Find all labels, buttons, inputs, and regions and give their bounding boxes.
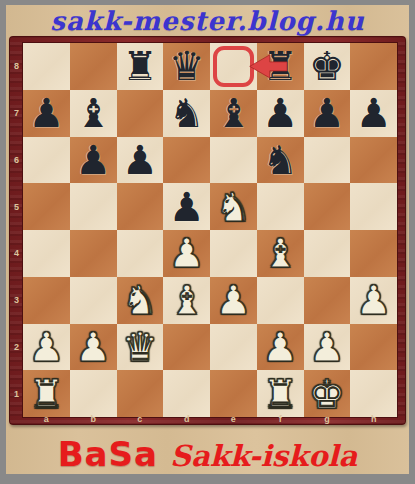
square-e5[interactable]: ♞ (210, 183, 257, 230)
square-c8[interactable]: ♜ (117, 43, 164, 90)
white-pawn: ♟ (70, 324, 117, 371)
square-c5[interactable] (117, 183, 164, 230)
square-g5[interactable] (304, 183, 351, 230)
square-c2[interactable]: ♛ (117, 324, 164, 371)
white-bishop: ♝ (163, 277, 210, 324)
square-b2[interactable]: ♟ (70, 324, 117, 371)
square-a8[interactable] (23, 43, 70, 90)
square-d6[interactable] (163, 137, 210, 184)
white-bishop: ♝ (257, 230, 304, 277)
rank-label-7: 7 (12, 108, 21, 118)
square-d4[interactable]: ♟ (163, 230, 210, 277)
square-e4[interactable] (210, 230, 257, 277)
black-bishop: ♝ (210, 90, 257, 137)
white-pawn: ♟ (350, 277, 397, 324)
rank-label-2: 2 (12, 342, 21, 352)
square-c6[interactable]: ♟ (117, 137, 164, 184)
black-pawn: ♟ (70, 137, 117, 184)
black-knight: ♞ (257, 137, 304, 184)
square-f6[interactable]: ♞ (257, 137, 304, 184)
square-h4[interactable] (350, 230, 397, 277)
square-f5[interactable] (257, 183, 304, 230)
square-c1[interactable] (117, 370, 164, 417)
rank-label-1: 1 (12, 389, 21, 399)
square-h7[interactable]: ♟ (350, 90, 397, 137)
black-bishop: ♝ (70, 90, 117, 137)
square-f4[interactable]: ♝ (257, 230, 304, 277)
white-pawn: ♟ (257, 324, 304, 371)
square-d2[interactable] (163, 324, 210, 371)
square-g6[interactable] (304, 137, 351, 184)
square-g1[interactable]: ♚ (304, 370, 351, 417)
square-a7[interactable]: ♟ (23, 90, 70, 137)
square-e2[interactable] (210, 324, 257, 371)
white-knight: ♞ (117, 277, 164, 324)
square-e6[interactable] (210, 137, 257, 184)
file-label-c: c (117, 414, 164, 424)
square-b8[interactable] (70, 43, 117, 90)
square-d3[interactable]: ♝ (163, 277, 210, 324)
square-h1[interactable] (350, 370, 397, 417)
square-e1[interactable] (210, 370, 257, 417)
square-b5[interactable] (70, 183, 117, 230)
rank-label-3: 3 (12, 295, 21, 305)
square-d5[interactable]: ♟ (163, 183, 210, 230)
black-pawn: ♟ (257, 90, 304, 137)
black-rook: ♜ (257, 43, 304, 90)
square-a1[interactable]: ♜ (23, 370, 70, 417)
square-b4[interactable] (70, 230, 117, 277)
square-e3[interactable]: ♟ (210, 277, 257, 324)
file-label-e: e (210, 414, 257, 424)
square-h6[interactable] (350, 137, 397, 184)
white-rook: ♜ (257, 370, 304, 417)
square-b1[interactable] (70, 370, 117, 417)
square-g3[interactable] (304, 277, 351, 324)
square-c3[interactable]: ♞ (117, 277, 164, 324)
square-f1[interactable]: ♜ (257, 370, 304, 417)
square-g8[interactable]: ♚ (304, 43, 351, 90)
square-b3[interactable] (70, 277, 117, 324)
chess-board: ♜♛♜♚♟♝♞♝♟♟♟♟♟♞♟♞♟♝♞♝♟♟♟♟♛♟♟♜♜♚ (23, 43, 397, 417)
black-pawn: ♟ (23, 90, 70, 137)
rank-label-5: 5 (12, 202, 21, 212)
square-f2[interactable]: ♟ (257, 324, 304, 371)
square-a6[interactable] (23, 137, 70, 184)
white-knight: ♞ (210, 183, 257, 230)
square-f3[interactable] (257, 277, 304, 324)
square-h3[interactable]: ♟ (350, 277, 397, 324)
square-d8[interactable]: ♛ (163, 43, 210, 90)
square-f8[interactable]: ♜ (257, 43, 304, 90)
caption-brand: BaSa (58, 434, 158, 474)
chess-board-frame: ♜♛♜♚♟♝♞♝♟♟♟♟♟♞♟♞♟♝♞♝♟♟♟♟♛♟♟♜♜♚ 87654321 … (9, 36, 406, 425)
square-h2[interactable] (350, 324, 397, 371)
square-d1[interactable] (163, 370, 210, 417)
blog-title: sakk-mester.blog.hu (50, 6, 364, 36)
square-a4[interactable] (23, 230, 70, 277)
black-king: ♚ (304, 43, 351, 90)
black-pawn: ♟ (350, 90, 397, 137)
black-pawn: ♟ (304, 90, 351, 137)
rank-label-6: 6 (12, 155, 21, 165)
square-a5[interactable] (23, 183, 70, 230)
white-pawn: ♟ (210, 277, 257, 324)
white-pawn: ♟ (163, 230, 210, 277)
square-g7[interactable]: ♟ (304, 90, 351, 137)
square-c4[interactable] (117, 230, 164, 277)
square-g2[interactable]: ♟ (304, 324, 351, 371)
file-label-b: b (70, 414, 117, 424)
caption-school: Sakk-iskola (170, 439, 357, 473)
file-label-f: f (257, 414, 304, 424)
black-pawn: ♟ (117, 137, 164, 184)
square-h8[interactable] (350, 43, 397, 90)
wood-background: sakk-mester.blog.hu ♜♛♜♚♟♝♞♝♟♟♟♟♟♞♟♞♟♝♞♝… (6, 5, 409, 474)
square-a2[interactable]: ♟ (23, 324, 70, 371)
black-pawn: ♟ (163, 183, 210, 230)
white-rook: ♜ (23, 370, 70, 417)
square-e8[interactable] (210, 43, 257, 90)
square-a3[interactable] (23, 277, 70, 324)
square-d7[interactable]: ♞ (163, 90, 210, 137)
file-label-g: g (304, 414, 351, 424)
square-f7[interactable]: ♟ (257, 90, 304, 137)
square-h5[interactable] (350, 183, 397, 230)
black-queen: ♛ (163, 43, 210, 90)
file-label-d: d (163, 414, 210, 424)
file-label-h: h (350, 414, 397, 424)
black-rook: ♜ (117, 43, 164, 90)
rank-label-4: 4 (12, 248, 21, 258)
square-g4[interactable] (304, 230, 351, 277)
white-queen: ♛ (117, 324, 164, 371)
square-b6[interactable]: ♟ (70, 137, 117, 184)
white-king: ♚ (304, 370, 351, 417)
square-c7[interactable] (117, 90, 164, 137)
white-pawn: ♟ (304, 324, 351, 371)
square-e7[interactable]: ♝ (210, 90, 257, 137)
black-knight: ♞ (163, 90, 210, 137)
square-b7[interactable]: ♝ (70, 90, 117, 137)
white-pawn: ♟ (23, 324, 70, 371)
file-label-a: a (23, 414, 70, 424)
page: sakk-mester.blog.hu ♜♛♜♚♟♝♞♝♟♟♟♟♟♞♟♞♟♝♞♝… (0, 0, 415, 484)
caption: BaSa Sakk-iskola (58, 434, 358, 474)
rank-label-8: 8 (12, 61, 21, 71)
